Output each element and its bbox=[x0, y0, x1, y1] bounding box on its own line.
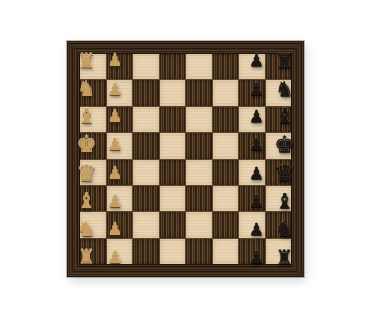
square-b5[interactable] bbox=[186, 212, 212, 237]
square-c4[interactable] bbox=[160, 186, 186, 211]
board-frame-top bbox=[67, 41, 304, 54]
square-d2[interactable]: ♟ bbox=[107, 160, 133, 185]
square-c2[interactable]: ♟ bbox=[107, 186, 133, 211]
square-e2[interactable]: ♟ bbox=[107, 133, 133, 158]
square-e6[interactable] bbox=[213, 133, 239, 158]
square-d7[interactable]: ♟ bbox=[239, 160, 265, 185]
square-b3[interactable] bbox=[133, 212, 159, 237]
square-g8[interactable]: ♞ bbox=[266, 80, 292, 105]
square-h3[interactable] bbox=[133, 54, 159, 79]
square-c6[interactable] bbox=[213, 186, 239, 211]
square-b7[interactable]: ♟ bbox=[239, 212, 265, 237]
piece-bR-h8[interactable]: ♜ bbox=[276, 50, 294, 70]
square-f6[interactable] bbox=[213, 107, 239, 132]
piece-wN-g1[interactable]: ♞ bbox=[77, 78, 96, 99]
square-e5[interactable] bbox=[186, 133, 212, 158]
piece-wR-h1[interactable]: ♜ bbox=[77, 50, 95, 70]
square-e8[interactable]: ♚ bbox=[266, 133, 292, 158]
piece-wN-b1[interactable]: ♞ bbox=[77, 219, 96, 240]
piece-bK-e8[interactable]: ♚ bbox=[274, 133, 295, 156]
square-a1[interactable]: ♜ bbox=[80, 239, 106, 264]
square-g2[interactable]: ♟ bbox=[107, 80, 133, 105]
piece-bP-c7[interactable]: ♟ bbox=[249, 193, 264, 210]
square-g6[interactable] bbox=[213, 80, 239, 105]
squares-grid: ♜♟♟♜♞♟♟♞♝♟♟♝♚♟♟♚♛♟♟♛♝♟♟♝♞♟♟♞♜♟♟♜ bbox=[80, 54, 291, 264]
square-h2[interactable]: ♟ bbox=[107, 54, 133, 79]
square-f4[interactable] bbox=[160, 107, 186, 132]
square-a8[interactable]: ♜ bbox=[266, 239, 292, 264]
piece-bP-e7[interactable]: ♟ bbox=[249, 136, 264, 153]
piece-bP-d7[interactable]: ♟ bbox=[249, 165, 264, 182]
piece-wB-c1[interactable]: ♝ bbox=[77, 191, 96, 212]
square-f8[interactable]: ♝ bbox=[266, 107, 292, 132]
square-b6[interactable] bbox=[213, 212, 239, 237]
square-h4[interactable] bbox=[160, 54, 186, 79]
square-c5[interactable] bbox=[186, 186, 212, 211]
piece-wP-h2[interactable]: ♟ bbox=[107, 52, 122, 69]
piece-bP-a7[interactable]: ♟ bbox=[249, 249, 264, 266]
piece-bB-f8[interactable]: ♝ bbox=[275, 106, 294, 127]
square-a5[interactable] bbox=[186, 239, 212, 264]
piece-bN-g8[interactable]: ♞ bbox=[275, 78, 294, 99]
chessboard-photo: ♜♟♟♜♞♟♟♞♝♟♟♝♚♟♟♚♛♟♟♛♝♟♟♝♞♟♟♞♜♟♟♜ bbox=[0, 0, 370, 323]
square-d4[interactable] bbox=[160, 160, 186, 185]
square-d1[interactable]: ♛ bbox=[80, 160, 106, 185]
square-g5[interactable] bbox=[186, 80, 212, 105]
square-b8[interactable]: ♞ bbox=[266, 212, 292, 237]
square-c7[interactable]: ♟ bbox=[239, 186, 265, 211]
square-c3[interactable] bbox=[133, 186, 159, 211]
square-a2[interactable]: ♟ bbox=[107, 239, 133, 264]
square-f7[interactable]: ♟ bbox=[239, 107, 265, 132]
square-f3[interactable] bbox=[133, 107, 159, 132]
piece-bP-g7[interactable]: ♟ bbox=[249, 80, 264, 97]
piece-wP-d2[interactable]: ♟ bbox=[107, 165, 122, 182]
square-d5[interactable] bbox=[186, 160, 212, 185]
piece-wP-c2[interactable]: ♟ bbox=[107, 193, 122, 210]
square-g4[interactable] bbox=[160, 80, 186, 105]
square-f2[interactable]: ♟ bbox=[107, 107, 133, 132]
piece-wR-a1[interactable]: ♜ bbox=[77, 248, 95, 268]
square-b2[interactable]: ♟ bbox=[107, 212, 133, 237]
piece-bQ-d8[interactable]: ♛ bbox=[274, 162, 295, 185]
square-c1[interactable]: ♝ bbox=[80, 186, 106, 211]
piece-wP-g2[interactable]: ♟ bbox=[107, 80, 122, 97]
square-a3[interactable] bbox=[133, 239, 159, 264]
square-a6[interactable] bbox=[213, 239, 239, 264]
piece-wP-a2[interactable]: ♟ bbox=[107, 249, 122, 266]
square-d8[interactable]: ♛ bbox=[266, 160, 292, 185]
square-f1[interactable]: ♝ bbox=[80, 107, 106, 132]
piece-bR-a8[interactable]: ♜ bbox=[276, 248, 294, 268]
square-h6[interactable] bbox=[213, 54, 239, 79]
square-g1[interactable]: ♞ bbox=[80, 80, 106, 105]
square-g7[interactable]: ♟ bbox=[239, 80, 265, 105]
piece-bB-c8[interactable]: ♝ bbox=[275, 191, 294, 212]
square-a4[interactable] bbox=[160, 239, 186, 264]
square-d6[interactable] bbox=[213, 160, 239, 185]
square-h7[interactable]: ♟ bbox=[239, 54, 265, 79]
square-e3[interactable] bbox=[133, 133, 159, 158]
square-b4[interactable] bbox=[160, 212, 186, 237]
square-e1[interactable]: ♚ bbox=[80, 133, 106, 158]
piece-wB-f1[interactable]: ♝ bbox=[77, 106, 96, 127]
piece-bP-f7[interactable]: ♟ bbox=[249, 108, 264, 125]
piece-wP-f2[interactable]: ♟ bbox=[107, 108, 122, 125]
piece-bP-b7[interactable]: ♟ bbox=[249, 221, 264, 238]
square-b1[interactable]: ♞ bbox=[80, 212, 106, 237]
square-a7[interactable]: ♟ bbox=[239, 239, 265, 264]
piece-wQ-d1[interactable]: ♛ bbox=[76, 162, 97, 185]
square-e4[interactable] bbox=[160, 133, 186, 158]
chess-board: ♜♟♟♜♞♟♟♞♝♟♟♝♚♟♟♚♛♟♟♛♝♟♟♝♞♟♟♞♜♟♟♜ bbox=[67, 41, 304, 277]
piece-wP-e2[interactable]: ♟ bbox=[107, 136, 122, 153]
board-frame-bottom bbox=[67, 264, 304, 277]
piece-bN-b8[interactable]: ♞ bbox=[275, 219, 294, 240]
square-h5[interactable] bbox=[186, 54, 212, 79]
square-c8[interactable]: ♝ bbox=[266, 186, 292, 211]
square-f5[interactable] bbox=[186, 107, 212, 132]
piece-wK-e1[interactable]: ♚ bbox=[76, 133, 97, 156]
square-e7[interactable]: ♟ bbox=[239, 133, 265, 158]
square-d3[interactable] bbox=[133, 160, 159, 185]
piece-bP-h7[interactable]: ♟ bbox=[249, 52, 264, 69]
piece-wP-b2[interactable]: ♟ bbox=[107, 221, 122, 238]
square-g3[interactable] bbox=[133, 80, 159, 105]
